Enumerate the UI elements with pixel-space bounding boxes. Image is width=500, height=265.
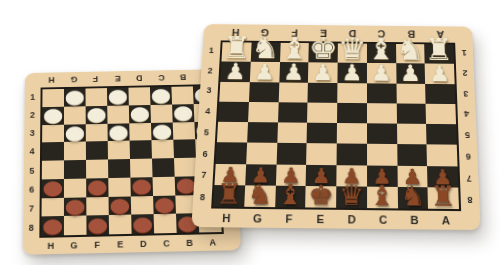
chess-square-b8: ♞ <box>397 187 428 209</box>
checkers-square-d6: ● <box>130 177 153 196</box>
checkers-square-f4 <box>86 141 108 160</box>
chess-rank-label-4: 4 <box>198 101 217 122</box>
chess-square-h2: ♟ <box>220 62 250 82</box>
checkers-square-g6 <box>64 178 86 197</box>
chess-square-b2: ♟ <box>396 63 426 83</box>
chess-rank-label-2: 2 <box>456 63 474 83</box>
checkers-square-h1 <box>42 89 64 107</box>
chess-square-d4 <box>337 103 367 124</box>
chess-square-a3 <box>425 83 455 103</box>
chess-file-label-e: E <box>309 25 338 41</box>
checkers-square-e7: ● <box>109 196 132 215</box>
chess-square-e8: ♚ <box>305 186 336 208</box>
chess-piece-brown-knight: ♞ <box>400 182 425 210</box>
checkers-file-label-g: G <box>63 72 85 87</box>
chess-square-f1: ♝ <box>280 43 309 63</box>
product-photo-scene: HGFEDCBAHGFEDCBA1234567812345678●●●●●●●●… <box>0 0 500 265</box>
checkers-square-g5 <box>64 160 86 179</box>
chess-piece-brown-pawn: ♟ <box>372 166 391 187</box>
checkers-square-b5 <box>174 158 197 177</box>
checkers-rank-label-5: 5 <box>24 161 40 180</box>
chess-square-e7: ♟ <box>306 164 337 186</box>
checkers-square-h8: ● <box>41 216 64 236</box>
chess-square-f4 <box>278 102 308 123</box>
checkers-rank-label-7: 7 <box>23 199 39 219</box>
chess-square-h1: ♜ <box>221 42 251 62</box>
checkers-square-b3 <box>173 122 195 140</box>
chess-square-c4 <box>367 103 397 124</box>
chess-square-b7: ♟ <box>397 165 428 187</box>
checkers-square-e8 <box>109 215 132 235</box>
chess-piece-brown-queen: ♛ <box>339 181 364 209</box>
checkers-square-c4 <box>151 140 174 159</box>
chess-square-e3 <box>308 82 338 102</box>
chess-square-e6 <box>306 143 336 164</box>
chess-file-label-c: C <box>367 26 396 43</box>
chess-square-g2: ♟ <box>250 62 280 82</box>
checkers-file-label-e: E <box>109 236 132 253</box>
chess-square-h6 <box>216 142 247 163</box>
checkers-square-f7 <box>86 196 109 215</box>
chess-piece-brown-pawn: ♟ <box>403 167 423 188</box>
chess-rank-label-6: 6 <box>459 145 478 167</box>
chess-square-a5 <box>426 124 456 145</box>
checkers-file-label-a: A <box>201 234 225 251</box>
checkers-file-label-g: G <box>62 237 85 254</box>
checkers-square-e2 <box>107 105 129 123</box>
chess-rank-label-3: 3 <box>199 80 218 101</box>
chess-square-f2: ♟ <box>279 62 309 82</box>
chess-piece-white-pawn: ♟ <box>371 62 392 85</box>
chess-square-f6 <box>276 143 307 164</box>
checkers-file-label-f: F <box>84 71 106 86</box>
chess-square-b6 <box>397 144 427 165</box>
chess-file-label-d: D <box>336 210 367 229</box>
chess-square-d7: ♟ <box>336 165 366 187</box>
chess-piece-brown-knight: ♞ <box>247 180 273 208</box>
checkers-square-g4 <box>64 142 86 161</box>
chess-piece-white-pawn: ♟ <box>254 60 276 82</box>
checkers-square-h4 <box>42 142 64 161</box>
chess-piece-white-pawn: ♟ <box>312 61 333 83</box>
checkers-square-c2 <box>150 104 172 122</box>
checkers-square-e5 <box>108 159 130 178</box>
chess-square-h8: ♜ <box>213 185 245 207</box>
chess-piece-brown-pawn: ♟ <box>220 165 240 186</box>
checkers-square-e6 <box>108 177 131 196</box>
checkers-file-label-d: D <box>128 71 150 86</box>
chess-square-e2: ♟ <box>308 63 337 83</box>
checkers-file-label-c: C <box>155 235 179 252</box>
chess-file-label-b: B <box>399 210 431 229</box>
chess-rank-label-3: 3 <box>457 83 476 104</box>
chess-piece-white-pawn: ♟ <box>400 62 422 85</box>
chess-square-b3 <box>396 83 426 103</box>
checkers-square-d7 <box>131 196 154 215</box>
checkers-left-coordinates: 12345678 <box>23 88 41 239</box>
chess-file-label-f: F <box>279 25 309 41</box>
checkers-square-f5 <box>86 159 108 178</box>
chess-square-c7: ♟ <box>367 165 397 187</box>
checkers-rank-label-2: 2 <box>24 106 40 125</box>
checker-brown: ● <box>42 177 63 197</box>
chess-piece-brown-king: ♚ <box>308 181 333 209</box>
chess-piece-white-pawn: ♟ <box>224 60 246 82</box>
checker-brown: ● <box>109 195 131 215</box>
checkers-file-label-f: F <box>86 236 109 253</box>
chess-square-a7: ♟ <box>427 166 458 188</box>
chess-rank-label-8: 8 <box>460 189 479 211</box>
checkers-square-c8 <box>154 214 177 234</box>
chess-piece-brown-pawn: ♟ <box>342 166 361 187</box>
checker-white: ● <box>65 122 86 141</box>
chess-board: HGFEDCBAHGFEDCBA1234567812345678♜♞♝♚♛♝♞♜… <box>191 24 480 230</box>
checkers-file-label-e: E <box>106 71 128 86</box>
checkers-square-f8: ● <box>86 215 109 235</box>
checkers-square-c1: ● <box>150 87 172 105</box>
chess-file-label-g: G <box>250 25 280 41</box>
checker-white: ● <box>86 104 107 123</box>
chess-rank-label-1: 1 <box>202 40 221 60</box>
chess-square-d1: ♛ <box>338 43 367 63</box>
checkers-square-e3: ● <box>107 123 129 141</box>
checkers-square-f3 <box>86 123 108 141</box>
chess-piece-brown-rook: ♜ <box>216 180 242 208</box>
chess-square-g4 <box>248 102 278 123</box>
chess-file-label-b: B <box>396 26 426 43</box>
chess-square-g3 <box>249 82 279 102</box>
chess-square-d2: ♟ <box>337 63 366 83</box>
checkers-square-d8: ● <box>131 214 154 234</box>
chess-piece-brown-pawn: ♟ <box>433 167 453 188</box>
checkers-square-b1 <box>171 86 193 104</box>
checkers-square-g7: ● <box>64 197 86 216</box>
chess-rank-label-7: 7 <box>460 167 479 189</box>
checkers-square-c6 <box>153 176 176 195</box>
chess-bottom-coordinates: HGFEDCBA <box>210 209 462 230</box>
chess-file-label-e: E <box>304 209 336 228</box>
checkers-square-f1 <box>85 88 107 106</box>
checkers-square-c3: ● <box>151 122 173 140</box>
checkers-rank-label-4: 4 <box>24 142 40 161</box>
checkers-file-label-c: C <box>150 70 172 85</box>
chess-square-b1: ♞ <box>396 44 425 64</box>
checkers-square-b4 <box>173 140 196 159</box>
chess-piece-white-pawn: ♟ <box>429 62 451 85</box>
chess-square-c8: ♝ <box>367 186 398 208</box>
chess-square-d6 <box>337 144 367 165</box>
checkers-square-h6: ● <box>42 179 64 198</box>
checkers-file-label-d: D <box>132 235 156 252</box>
checkers-square-h7 <box>42 197 64 216</box>
chess-rank-label-4: 4 <box>457 103 476 124</box>
chess-square-e4 <box>307 102 337 123</box>
checkers-square-g3: ● <box>64 124 86 142</box>
checkers-square-g1: ● <box>64 89 86 107</box>
checker-white: ● <box>108 122 129 141</box>
chess-square-a6 <box>427 145 458 166</box>
checkers-square-c7: ● <box>153 195 176 214</box>
chess-square-a2: ♟ <box>425 64 455 84</box>
checkers-file-label-h: H <box>39 237 62 254</box>
checkers-square-b2: ● <box>172 104 194 122</box>
chess-rank-label-1: 1 <box>455 43 473 63</box>
chess-square-c6 <box>367 144 397 165</box>
chess-square-f3 <box>278 82 308 102</box>
chess-square-b4 <box>396 103 426 124</box>
chess-square-f8: ♝ <box>275 185 306 207</box>
checkers-rank-label-1: 1 <box>25 88 41 106</box>
chess-square-h7: ♟ <box>215 163 246 185</box>
checker-brown: ● <box>87 176 108 196</box>
chess-rank-label-2: 2 <box>201 60 220 80</box>
checker-white: ● <box>151 121 172 140</box>
checker-white: ● <box>173 103 194 122</box>
chess-piece-white-pawn: ♟ <box>283 61 305 83</box>
chess-square-g8: ♞ <box>244 185 275 207</box>
checkers-file-label-b: B <box>172 70 194 85</box>
checkers-square-g8 <box>64 216 87 236</box>
checkers-square-h5 <box>42 160 64 179</box>
checker-white: ● <box>43 105 64 124</box>
checkers-square-e1: ● <box>107 88 129 106</box>
chess-square-g6 <box>246 143 277 164</box>
chess-rank-label-5: 5 <box>458 124 477 145</box>
checkers-rank-label-8: 8 <box>23 218 40 238</box>
chess-rank-label-6: 6 <box>195 143 215 165</box>
chess-square-f5 <box>277 122 307 143</box>
checkers-file-label-h: H <box>41 72 63 87</box>
checker-white: ● <box>107 86 128 105</box>
chess-playfield: ♜♞♝♚♛♝♞♜♟♟♟♟♟♟♟♟♟♟♟♟♟♟♟♟♜♞♝♚♛♝♞♜ <box>211 40 461 211</box>
checker-white: ● <box>65 87 86 106</box>
chess-square-e1: ♚ <box>309 43 338 63</box>
checkers-square-c5 <box>152 158 175 177</box>
chess-square-f7: ♟ <box>275 164 306 186</box>
chess-square-a8: ♜ <box>428 187 459 209</box>
checker-brown: ● <box>87 214 109 234</box>
checkers-square-d2: ● <box>129 105 151 123</box>
chess-square-c2: ♟ <box>367 63 396 83</box>
chess-square-g7: ♟ <box>245 164 276 186</box>
chess-square-g5 <box>247 122 278 143</box>
chess-piece-brown-pawn: ♟ <box>281 165 301 186</box>
chess-file-label-a: A <box>430 211 462 230</box>
chess-square-d5 <box>337 123 367 144</box>
chess-square-c1: ♝ <box>367 44 396 64</box>
chess-file-label-g: G <box>241 209 273 228</box>
checkers-square-h2: ● <box>42 106 64 124</box>
checker-white: ● <box>129 103 150 122</box>
chess-piece-brown-bishop: ♝ <box>370 182 395 210</box>
chess-square-d8: ♛ <box>336 186 367 208</box>
checker-brown: ● <box>65 195 86 215</box>
chess-file-label-h: H <box>210 209 242 228</box>
chess-piece-brown-rook: ♜ <box>430 182 456 210</box>
chess-square-a1: ♜ <box>424 44 454 64</box>
checkers-square-h3 <box>42 124 64 142</box>
checkers-rank-label-6: 6 <box>23 180 39 199</box>
chess-square-b5 <box>397 124 427 145</box>
chess-rank-label-8: 8 <box>193 186 213 208</box>
chess-square-c3 <box>367 83 397 103</box>
chess-square-h3 <box>219 81 249 101</box>
checkers-square-d1 <box>128 87 150 105</box>
checker-brown: ● <box>154 194 176 214</box>
chess-square-e5 <box>307 123 337 144</box>
checker-brown: ● <box>132 213 154 233</box>
chess-file-label-f: F <box>273 209 305 228</box>
chess-rank-label-7: 7 <box>194 164 214 186</box>
chess-square-c5 <box>367 123 397 144</box>
checker-brown: ● <box>131 176 153 196</box>
checkers-rank-label-3: 3 <box>24 124 40 143</box>
checkers-square-f2: ● <box>86 106 108 124</box>
chess-piece-brown-pawn: ♟ <box>311 166 331 187</box>
chess-piece-brown-bishop: ♝ <box>277 181 303 209</box>
chess-square-g1: ♞ <box>250 43 280 63</box>
chess-file-label-a: A <box>425 26 455 43</box>
checkers-square-d3 <box>129 122 151 140</box>
checker-brown: ● <box>42 215 63 235</box>
chess-piece-brown-pawn: ♟ <box>250 165 270 186</box>
chess-piece-white-pawn: ♟ <box>341 61 362 84</box>
checkers-square-g2 <box>64 106 86 124</box>
chess-square-a4 <box>426 104 456 125</box>
chess-square-h5 <box>217 122 248 143</box>
checkers-square-f6: ● <box>86 178 108 197</box>
chess-file-label-h: H <box>221 24 251 40</box>
chess-top-coordinates: HGFEDCBA <box>221 24 455 42</box>
checkers-square-d4 <box>130 140 152 159</box>
checkers-square-d5 <box>130 159 153 178</box>
chess-file-label-d: D <box>338 25 367 42</box>
chess-square-h4 <box>218 101 249 122</box>
checkers-file-label-b: B <box>178 234 202 251</box>
chess-file-label-c: C <box>367 210 398 229</box>
chess-square-d3 <box>337 83 367 103</box>
chess-rank-label-5: 5 <box>197 122 216 143</box>
checkers-square-e4 <box>108 141 130 160</box>
checker-white: ● <box>150 85 171 104</box>
